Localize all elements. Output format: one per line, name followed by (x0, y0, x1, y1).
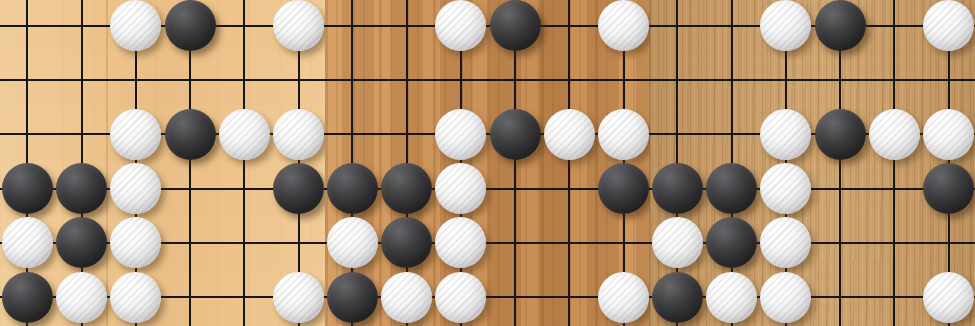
white-stone (923, 272, 974, 323)
black-stone (490, 109, 541, 160)
white-stone (381, 272, 432, 323)
white-stone (760, 163, 811, 214)
board-panel-rough-pine (650, 0, 975, 326)
black-stone (56, 163, 107, 214)
black-stone (652, 272, 703, 323)
white-stone (110, 0, 161, 51)
white-stone (110, 163, 161, 214)
white-stone (760, 217, 811, 268)
white-stone (760, 109, 811, 160)
black-stone (490, 0, 541, 51)
white-stone (923, 0, 974, 51)
black-stone (327, 272, 378, 323)
white-stone (435, 217, 486, 268)
black-stone (2, 163, 53, 214)
grid-line-vertical (243, 0, 245, 326)
black-stone (815, 109, 866, 160)
go-board-theme-comparison-strip (0, 0, 975, 326)
white-stone (869, 109, 920, 160)
white-stone (110, 217, 161, 268)
black-stone (381, 163, 432, 214)
black-stone (327, 163, 378, 214)
white-stone (923, 109, 974, 160)
board-panel-red-oak (325, 0, 650, 326)
white-stone (110, 272, 161, 323)
grid-line-horizontal (650, 79, 975, 81)
white-stone (598, 109, 649, 160)
grid-line-horizontal (325, 79, 650, 81)
white-stone (273, 109, 324, 160)
white-stone (435, 163, 486, 214)
black-stone (56, 217, 107, 268)
black-stone (165, 0, 216, 51)
white-stone (56, 272, 107, 323)
white-stone (273, 272, 324, 323)
black-stone (2, 272, 53, 323)
black-stone (923, 163, 974, 214)
white-stone (598, 0, 649, 51)
grid-line-vertical (893, 0, 895, 326)
white-stone (435, 0, 486, 51)
white-stone (219, 109, 270, 160)
white-stone (760, 0, 811, 51)
black-stone (165, 109, 216, 160)
grid-line-vertical (568, 0, 570, 326)
white-stone (435, 109, 486, 160)
black-stone (706, 217, 757, 268)
black-stone (815, 0, 866, 51)
black-stone (598, 163, 649, 214)
white-stone (706, 272, 757, 323)
black-stone (652, 163, 703, 214)
white-stone (110, 109, 161, 160)
black-stone (706, 163, 757, 214)
white-stone (273, 0, 324, 51)
black-stone (273, 163, 324, 214)
white-stone (598, 272, 649, 323)
white-stone (327, 217, 378, 268)
white-stone (760, 272, 811, 323)
white-stone (544, 109, 595, 160)
board-panel-light-maple (0, 0, 325, 326)
white-stone (2, 217, 53, 268)
white-stone (652, 217, 703, 268)
white-stone (435, 272, 486, 323)
grid-line-horizontal (0, 79, 325, 81)
black-stone (381, 217, 432, 268)
